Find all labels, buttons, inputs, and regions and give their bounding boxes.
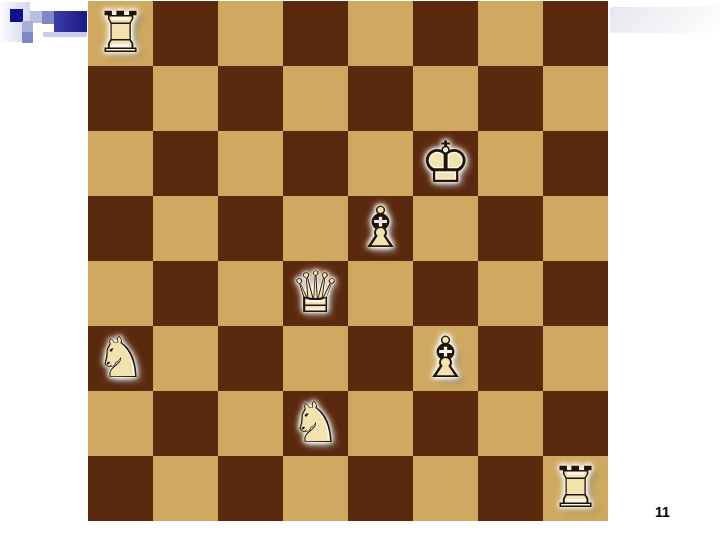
square-g3 [478, 326, 543, 391]
square-g1 [478, 456, 543, 521]
square-c4 [218, 261, 283, 326]
square-d3 [283, 326, 348, 391]
square-g2 [478, 391, 543, 456]
white-bishop-outline-glyph: ♗ [348, 196, 413, 261]
square-b5 [153, 196, 218, 261]
square-f4 [413, 261, 478, 326]
square-h8 [543, 1, 608, 66]
piece-white-bishop-e5: ♝♗ [348, 196, 413, 261]
square-a6 [88, 131, 153, 196]
square-h4 [543, 261, 608, 326]
white-knight-outline-glyph: ♘ [283, 391, 348, 456]
square-g4 [478, 261, 543, 326]
square-h5 [543, 196, 608, 261]
ornament-top-right-bar [610, 7, 720, 33]
presentation-slide: ♜♖♚♔♝♗♛♕♞♘♝♗♞♘♜♖ 11 [0, 0, 720, 540]
square-a2 [88, 391, 153, 456]
piece-white-bishop-f3: ♝♗ [413, 326, 478, 391]
square-f7 [413, 66, 478, 131]
square-a7 [88, 66, 153, 131]
square-f1 [413, 456, 478, 521]
white-rook-outline-glyph: ♖ [543, 456, 608, 521]
square-d8 [283, 1, 348, 66]
square-b1 [153, 456, 218, 521]
square-g8 [478, 1, 543, 66]
white-knight-outline-glyph: ♘ [88, 326, 153, 391]
white-rook-outline-glyph: ♖ [88, 1, 153, 66]
square-f8 [413, 1, 478, 66]
square-b4 [153, 261, 218, 326]
square-b3 [153, 326, 218, 391]
ornament-navy-bar [54, 11, 87, 32]
square-c1 [218, 456, 283, 521]
white-bishop-outline-glyph: ♗ [413, 326, 478, 391]
square-e1 [348, 456, 413, 521]
ornament-slate-pixel [42, 11, 54, 24]
square-e3 [348, 326, 413, 391]
piece-white-queen-d4: ♛♕ [283, 261, 348, 326]
square-h2 [543, 391, 608, 456]
square-e8 [348, 1, 413, 66]
square-e2 [348, 391, 413, 456]
square-e6 [348, 131, 413, 196]
piece-white-rook-a8: ♜♖ [88, 1, 153, 66]
square-a4 [88, 261, 153, 326]
square-h3 [543, 326, 608, 391]
square-f5 [413, 196, 478, 261]
square-b2 [153, 391, 218, 456]
square-c5 [218, 196, 283, 261]
piece-white-knight-a3: ♞♘ [88, 326, 153, 391]
square-e4 [348, 261, 413, 326]
piece-white-rook-h1: ♜♖ [543, 456, 608, 521]
square-g6 [478, 131, 543, 196]
square-g5 [478, 196, 543, 261]
white-king-outline-glyph: ♔ [413, 131, 478, 196]
square-f2 [413, 391, 478, 456]
chessboard: ♜♖♚♔♝♗♛♕♞♘♝♗♞♘♜♖ [88, 1, 608, 521]
piece-white-knight-d2: ♞♘ [283, 391, 348, 456]
slide-number: 11 [655, 504, 670, 520]
ornament-periwinkle-pixel [22, 21, 33, 32]
square-d1 [283, 456, 348, 521]
white-queen-outline-glyph: ♕ [283, 261, 348, 326]
square-e7 [348, 66, 413, 131]
square-b8 [153, 1, 218, 66]
square-c6 [218, 131, 283, 196]
square-b7 [153, 66, 218, 131]
square-b6 [153, 131, 218, 196]
square-c3 [218, 326, 283, 391]
piece-white-king-f6: ♚♔ [413, 131, 478, 196]
ornament-pale-strip [43, 32, 87, 37]
square-d6 [283, 131, 348, 196]
square-d5 [283, 196, 348, 261]
square-c7 [218, 66, 283, 131]
square-c8 [218, 1, 283, 66]
square-a1 [88, 456, 153, 521]
ornament-slate-pixel-2 [22, 32, 33, 43]
square-c2 [218, 391, 283, 456]
square-g7 [478, 66, 543, 131]
square-a5 [88, 196, 153, 261]
square-d7 [283, 66, 348, 131]
square-h7 [543, 66, 608, 131]
square-h6 [543, 131, 608, 196]
